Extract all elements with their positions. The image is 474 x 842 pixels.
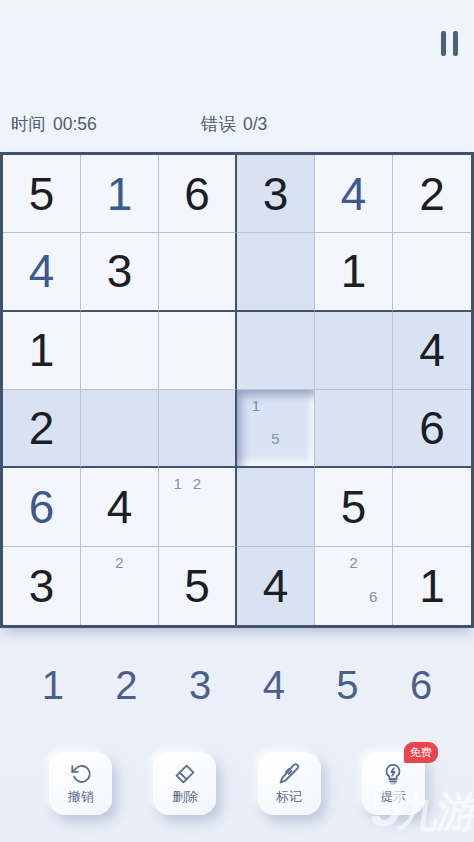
number-pad: 1 2 3 4 5 6: [0, 655, 474, 715]
note-slot-3: [285, 395, 305, 428]
cell-r2c5[interactable]: 1: [315, 233, 393, 311]
undo-button[interactable]: 撤销: [49, 752, 112, 815]
note-slot-1: [324, 552, 344, 586]
note-slot-6: [129, 586, 149, 620]
note-slot-5: [187, 507, 206, 541]
pencil-notes: 12: [159, 468, 235, 545]
cell-r5c1[interactable]: 6: [3, 468, 81, 546]
mistakes-counter: 错误 0/3: [201, 103, 267, 145]
cell-r4c2[interactable]: [81, 390, 159, 468]
status-bar: 时间 00:56 错误 0/3: [0, 103, 474, 145]
cell-r6c3[interactable]: 5: [159, 547, 237, 625]
cell-r4c3[interactable]: [159, 390, 237, 468]
cell-r4c5[interactable]: [315, 390, 393, 468]
cell-r6c6[interactable]: 1: [393, 547, 471, 625]
cell-r2c2[interactable]: 3: [81, 233, 159, 311]
cell-r2c1[interactable]: 4: [3, 233, 81, 311]
cell-r3c1[interactable]: 1: [3, 312, 81, 390]
cell-r5c4[interactable]: [237, 468, 315, 546]
note-slot-1: 1: [246, 395, 266, 428]
note-slot-3: [207, 473, 226, 507]
pause-button[interactable]: [438, 31, 460, 57]
numpad-2[interactable]: 2: [90, 655, 164, 715]
mistakes-value: 0/3: [243, 114, 267, 135]
undo-icon: [68, 761, 94, 787]
cell-r5c6[interactable]: [393, 468, 471, 546]
note-slot-1: [90, 552, 110, 586]
pencil-notes: 26: [315, 547, 392, 625]
cell-r5c2[interactable]: 4: [81, 468, 159, 546]
undo-label: 撤销: [68, 788, 94, 806]
delete-button[interactable]: 删除: [153, 752, 216, 815]
numpad-6[interactable]: 6: [384, 655, 458, 715]
note-slot-6: 6: [363, 586, 383, 620]
cell-r4c4[interactable]: 15: [237, 390, 315, 468]
note-slot-2: [266, 395, 286, 428]
time-value: 00:56: [53, 114, 97, 135]
hint-label: 提示: [380, 788, 406, 806]
cell-r5c5[interactable]: 5: [315, 468, 393, 546]
pencil-notes: 15: [237, 390, 314, 466]
pause-icon: [453, 31, 458, 56]
timer: 时间 00:56: [11, 103, 97, 145]
note-slot-2: 2: [187, 473, 206, 507]
cell-r2c6[interactable]: [393, 233, 471, 311]
pencil-icon: [276, 761, 302, 787]
note-slot-1: 1: [168, 473, 187, 507]
delete-label: 删除: [172, 788, 198, 806]
note-slot-4: [168, 507, 187, 541]
note-slot-4: [246, 428, 266, 461]
note-slot-6: [285, 428, 305, 461]
cell-r3c5[interactable]: [315, 312, 393, 390]
cell-r2c4[interactable]: [237, 233, 315, 311]
cell-r4c1[interactable]: 2: [3, 390, 81, 468]
free-badge: 免费: [404, 742, 438, 763]
note-slot-2: 2: [344, 552, 364, 586]
pause-icon: [441, 31, 446, 56]
cell-r5c3[interactable]: 12: [159, 468, 237, 546]
numpad-4[interactable]: 4: [237, 655, 311, 715]
cell-r1c4[interactable]: 3: [237, 155, 315, 233]
toolbar: 撤销 删除 标记 免费: [0, 752, 474, 815]
note-slot-4: [90, 586, 110, 620]
note-slot-4: [324, 586, 344, 620]
mark-button[interactable]: 标记: [258, 752, 321, 815]
cell-r4c6[interactable]: 6: [393, 390, 471, 468]
cell-r3c4[interactable]: [237, 312, 315, 390]
cell-r3c6[interactable]: 4: [393, 312, 471, 390]
cell-r1c1[interactable]: 5: [3, 155, 81, 233]
cell-r3c3[interactable]: [159, 312, 237, 390]
note-slot-6: [207, 507, 226, 541]
note-slot-5: 5: [266, 428, 286, 461]
mistakes-label: 错误: [201, 112, 236, 136]
cell-r1c3[interactable]: 6: [159, 155, 237, 233]
cell-r2c3[interactable]: [159, 233, 237, 311]
numpad-3[interactable]: 3: [163, 655, 237, 715]
pencil-notes: 2: [81, 547, 158, 625]
time-label: 时间: [11, 112, 46, 136]
note-slot-3: [129, 552, 149, 586]
note-slot-5: [110, 586, 130, 620]
sudoku-app-screen: 时间 00:56 错误 0/3 516342431142156641253254…: [0, 0, 474, 842]
eraser-icon: [172, 761, 198, 787]
numpad-1[interactable]: 1: [16, 655, 90, 715]
cell-r3c2[interactable]: [81, 312, 159, 390]
numpad-5[interactable]: 5: [311, 655, 385, 715]
mark-label: 标记: [276, 788, 302, 806]
note-slot-2: 2: [110, 552, 130, 586]
note-slot-5: [344, 586, 364, 620]
cell-r1c5[interactable]: 4: [315, 155, 393, 233]
cell-r6c2[interactable]: 2: [81, 547, 159, 625]
cell-r1c6[interactable]: 2: [393, 155, 471, 233]
cell-r6c1[interactable]: 3: [3, 547, 81, 625]
cell-r1c2[interactable]: 1: [81, 155, 159, 233]
hint-button[interactable]: 免费 提示: [362, 752, 425, 815]
hint-bulb-icon: [380, 761, 406, 787]
note-slot-3: [363, 552, 383, 586]
sudoku-board: 516342431142156641253254261: [0, 152, 474, 628]
cell-r6c4[interactable]: 4: [237, 547, 315, 625]
cell-r6c5[interactable]: 26: [315, 547, 393, 625]
